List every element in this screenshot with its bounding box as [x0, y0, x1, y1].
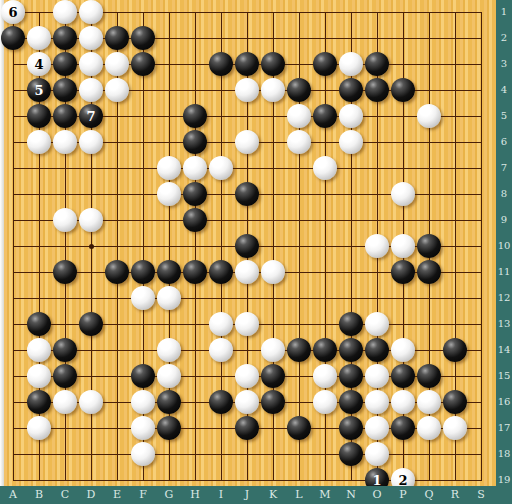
- column-label-Q: Q: [423, 489, 435, 500]
- black-stone-M5[interactable]: [313, 104, 337, 128]
- white-stone-M16[interactable]: [313, 390, 337, 414]
- white-stone-C16[interactable]: [53, 390, 77, 414]
- white-stone-M15[interactable]: [313, 364, 337, 388]
- black-stone-N16[interactable]: [339, 390, 363, 414]
- white-stone-D3[interactable]: [79, 52, 103, 76]
- white-stone-C1[interactable]: [53, 0, 77, 24]
- black-stone-J8[interactable]: [235, 182, 259, 206]
- black-stone-F11[interactable]: [131, 260, 155, 284]
- black-stone-C15[interactable]: [53, 364, 77, 388]
- white-stone-J4[interactable]: [235, 78, 259, 102]
- row-label-8: 8: [497, 189, 511, 199]
- white-stone-P8[interactable]: [391, 182, 415, 206]
- black-stone-P11[interactable]: [391, 260, 415, 284]
- black-stone-M14[interactable]: [313, 338, 337, 362]
- white-stone-H7[interactable]: [183, 156, 207, 180]
- grid-hline: [13, 454, 482, 455]
- white-stone-I13[interactable]: [209, 312, 233, 336]
- column-label-B: B: [33, 489, 45, 500]
- black-stone-Q15[interactable]: [417, 364, 441, 388]
- white-stone-K4[interactable]: [261, 78, 285, 102]
- white-stone-C6[interactable]: [53, 130, 77, 154]
- column-label-D: D: [85, 489, 97, 500]
- white-stone-M7[interactable]: [313, 156, 337, 180]
- column-label-C: C: [59, 489, 71, 500]
- row-label-3: 3: [497, 59, 511, 69]
- black-stone-A2[interactable]: [1, 26, 25, 50]
- black-stone-B4[interactable]: 5: [27, 78, 51, 102]
- move-number-label: 4: [34, 58, 43, 71]
- row-label-2: 2: [497, 33, 511, 43]
- white-stone-D2[interactable]: [79, 26, 103, 50]
- row-label-10: 10: [497, 241, 511, 251]
- column-label-F: F: [137, 489, 149, 500]
- black-stone-N15[interactable]: [339, 364, 363, 388]
- black-stone-G16[interactable]: [157, 390, 181, 414]
- white-stone-D9[interactable]: [79, 208, 103, 232]
- white-stone-B2[interactable]: [27, 26, 51, 50]
- white-stone-K11[interactable]: [261, 260, 285, 284]
- black-stone-K15[interactable]: [261, 364, 285, 388]
- white-stone-C9[interactable]: [53, 208, 77, 232]
- white-stone-A1[interactable]: 6: [1, 0, 25, 24]
- column-label-A: A: [7, 489, 19, 500]
- white-stone-B3[interactable]: 4: [27, 52, 51, 76]
- black-stone-N18[interactable]: [339, 442, 363, 466]
- row-label-4: 4: [497, 85, 511, 95]
- black-stone-F3[interactable]: [131, 52, 155, 76]
- white-stone-L5[interactable]: [287, 104, 311, 128]
- grid-vline: [481, 12, 482, 481]
- black-stone-F15[interactable]: [131, 364, 155, 388]
- column-label-O: O: [371, 489, 383, 500]
- black-stone-J3[interactable]: [235, 52, 259, 76]
- black-stone-E2[interactable]: [105, 26, 129, 50]
- white-stone-G14[interactable]: [157, 338, 181, 362]
- white-stone-R17[interactable]: [443, 416, 467, 440]
- white-stone-D6[interactable]: [79, 130, 103, 154]
- go-app-window: 645712 ABCDEFGHIJKLMNOPQRS12345678910111…: [0, 0, 512, 504]
- white-stone-P16[interactable]: [391, 390, 415, 414]
- white-stone-F17[interactable]: [131, 416, 155, 440]
- row-label-11: 11: [497, 267, 511, 277]
- column-label-L: L: [293, 489, 305, 500]
- white-stone-B14[interactable]: [27, 338, 51, 362]
- black-stone-L4[interactable]: [287, 78, 311, 102]
- move-number-label: 5: [34, 84, 43, 97]
- white-stone-N3[interactable]: [339, 52, 363, 76]
- black-stone-C2[interactable]: [53, 26, 77, 50]
- black-stone-O3[interactable]: [365, 52, 389, 76]
- white-stone-N6[interactable]: [339, 130, 363, 154]
- row-label-1: 1: [497, 7, 511, 17]
- white-stone-B6[interactable]: [27, 130, 51, 154]
- black-stone-J17[interactable]: [235, 416, 259, 440]
- black-stone-C11[interactable]: [53, 260, 77, 284]
- white-stone-G15[interactable]: [157, 364, 181, 388]
- go-board[interactable]: 645712: [4, 0, 496, 486]
- black-stone-H6[interactable]: [183, 130, 207, 154]
- row-label-17: 17: [497, 423, 511, 433]
- white-stone-O17[interactable]: [365, 416, 389, 440]
- black-stone-D13[interactable]: [79, 312, 103, 336]
- white-stone-Q16[interactable]: [417, 390, 441, 414]
- white-stone-F16[interactable]: [131, 390, 155, 414]
- white-stone-J16[interactable]: [235, 390, 259, 414]
- black-stone-O14[interactable]: [365, 338, 389, 362]
- black-stone-J10[interactable]: [235, 234, 259, 258]
- black-stone-C14[interactable]: [53, 338, 77, 362]
- black-stone-D5[interactable]: 7: [79, 104, 103, 128]
- black-stone-B5[interactable]: [27, 104, 51, 128]
- white-stone-O13[interactable]: [365, 312, 389, 336]
- black-stone-N4[interactable]: [339, 78, 363, 102]
- white-stone-G12[interactable]: [157, 286, 181, 310]
- row-label-5: 5: [497, 111, 511, 121]
- white-stone-F12[interactable]: [131, 286, 155, 310]
- white-stone-K14[interactable]: [261, 338, 285, 362]
- white-stone-O10[interactable]: [365, 234, 389, 258]
- white-stone-O18[interactable]: [365, 442, 389, 466]
- column-label-M: M: [319, 489, 331, 500]
- white-stone-G7[interactable]: [157, 156, 181, 180]
- white-stone-F18[interactable]: [131, 442, 155, 466]
- black-stone-K16[interactable]: [261, 390, 285, 414]
- black-stone-K3[interactable]: [261, 52, 285, 76]
- white-stone-J6[interactable]: [235, 130, 259, 154]
- black-stone-B13[interactable]: [27, 312, 51, 336]
- white-stone-N5[interactable]: [339, 104, 363, 128]
- column-label-K: K: [267, 489, 279, 500]
- row-label-15: 15: [497, 371, 511, 381]
- column-label-J: J: [241, 489, 253, 500]
- black-stone-I11[interactable]: [209, 260, 233, 284]
- black-stone-G11[interactable]: [157, 260, 181, 284]
- black-stone-R14[interactable]: [443, 338, 467, 362]
- grid-hline: [13, 298, 482, 299]
- star-point: [89, 244, 94, 249]
- white-stone-D16[interactable]: [79, 390, 103, 414]
- white-stone-G8[interactable]: [157, 182, 181, 206]
- column-label-P: P: [397, 489, 409, 500]
- white-stone-B15[interactable]: [27, 364, 51, 388]
- black-stone-L17[interactable]: [287, 416, 311, 440]
- white-stone-P14[interactable]: [391, 338, 415, 362]
- column-label-G: G: [163, 489, 175, 500]
- black-stone-C3[interactable]: [53, 52, 77, 76]
- move-number-label: 7: [86, 110, 95, 123]
- move-number-label: 6: [8, 6, 17, 19]
- white-stone-I7[interactable]: [209, 156, 233, 180]
- black-stone-H11[interactable]: [183, 260, 207, 284]
- row-label-6: 6: [497, 137, 511, 147]
- black-stone-P15[interactable]: [391, 364, 415, 388]
- white-stone-Q17[interactable]: [417, 416, 441, 440]
- black-stone-C5[interactable]: [53, 104, 77, 128]
- black-stone-P17[interactable]: [391, 416, 415, 440]
- black-stone-C4[interactable]: [53, 78, 77, 102]
- black-stone-N13[interactable]: [339, 312, 363, 336]
- move-number-label: 2: [398, 474, 407, 487]
- white-stone-Q5[interactable]: [417, 104, 441, 128]
- black-stone-H9[interactable]: [183, 208, 207, 232]
- move-number-label: 1: [372, 474, 381, 487]
- black-stone-Q10[interactable]: [417, 234, 441, 258]
- black-stone-O4[interactable]: [365, 78, 389, 102]
- white-stone-L6[interactable]: [287, 130, 311, 154]
- column-label-E: E: [111, 489, 123, 500]
- row-label-9: 9: [497, 215, 511, 225]
- column-label-I: I: [215, 489, 227, 500]
- black-stone-H8[interactable]: [183, 182, 207, 206]
- black-stone-E11[interactable]: [105, 260, 129, 284]
- white-stone-B17[interactable]: [27, 416, 51, 440]
- black-stone-H5[interactable]: [183, 104, 207, 128]
- row-label-7: 7: [497, 163, 511, 173]
- white-stone-J15[interactable]: [235, 364, 259, 388]
- row-label-16: 16: [497, 397, 511, 407]
- row-label-12: 12: [497, 293, 511, 303]
- black-stone-L14[interactable]: [287, 338, 311, 362]
- white-stone-D4[interactable]: [79, 78, 103, 102]
- white-stone-J13[interactable]: [235, 312, 259, 336]
- row-label-13: 13: [497, 319, 511, 329]
- black-stone-N17[interactable]: [339, 416, 363, 440]
- row-label-18: 18: [497, 449, 511, 459]
- black-stone-R16[interactable]: [443, 390, 467, 414]
- row-label-19: 19: [497, 475, 511, 485]
- black-stone-I16[interactable]: [209, 390, 233, 414]
- black-stone-G17[interactable]: [157, 416, 181, 440]
- column-label-N: N: [345, 489, 357, 500]
- black-stone-I3[interactable]: [209, 52, 233, 76]
- black-stone-M3[interactable]: [313, 52, 337, 76]
- row-label-14: 14: [497, 345, 511, 355]
- white-stone-I14[interactable]: [209, 338, 233, 362]
- white-stone-E4[interactable]: [105, 78, 129, 102]
- column-label-H: H: [189, 489, 201, 500]
- white-stone-E3[interactable]: [105, 52, 129, 76]
- column-label-S: S: [475, 489, 487, 500]
- column-label-R: R: [449, 489, 461, 500]
- black-stone-B16[interactable]: [27, 390, 51, 414]
- black-stone-Q11[interactable]: [417, 260, 441, 284]
- white-stone-O15[interactable]: [365, 364, 389, 388]
- white-stone-D1[interactable]: [79, 0, 103, 24]
- black-stone-F2[interactable]: [131, 26, 155, 50]
- white-stone-O16[interactable]: [365, 390, 389, 414]
- black-stone-N14[interactable]: [339, 338, 363, 362]
- black-stone-P4[interactable]: [391, 78, 415, 102]
- white-stone-J11[interactable]: [235, 260, 259, 284]
- white-stone-P10[interactable]: [391, 234, 415, 258]
